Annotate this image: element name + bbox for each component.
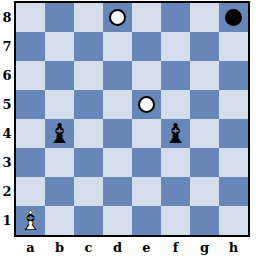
- square-c6[interactable]: [74, 61, 103, 90]
- square-h5[interactable]: [219, 90, 248, 119]
- square-c8[interactable]: [74, 3, 103, 32]
- square-h4[interactable]: [219, 119, 248, 148]
- square-h2[interactable]: [219, 177, 248, 206]
- white-bishop-piece[interactable]: ♝♗: [16, 206, 45, 235]
- file-label-c: c: [74, 239, 103, 255]
- square-d1[interactable]: [103, 206, 132, 235]
- square-a5[interactable]: [16, 90, 45, 119]
- square-e2[interactable]: [132, 177, 161, 206]
- square-f8[interactable]: [161, 3, 190, 32]
- square-a4[interactable]: [16, 119, 45, 148]
- square-b7[interactable]: [45, 32, 74, 61]
- square-f3[interactable]: [161, 148, 190, 177]
- white-circle-marker[interactable]: [109, 9, 126, 26]
- file-label-e: e: [132, 239, 161, 255]
- rank-label-3: 3: [0, 148, 14, 177]
- square-a8[interactable]: [16, 3, 45, 32]
- file-label-d: d: [103, 239, 132, 255]
- square-b8[interactable]: [45, 3, 74, 32]
- rank-label-7: 7: [0, 32, 14, 61]
- square-d2[interactable]: [103, 177, 132, 206]
- black-bishop-piece[interactable]: ♝: [45, 119, 74, 148]
- square-c4[interactable]: [74, 119, 103, 148]
- square-c7[interactable]: [74, 32, 103, 61]
- square-g3[interactable]: [190, 148, 219, 177]
- square-h3[interactable]: [219, 148, 248, 177]
- square-d3[interactable]: [103, 148, 132, 177]
- square-h6[interactable]: [219, 61, 248, 90]
- black-circle-marker[interactable]: [225, 9, 242, 26]
- square-f1[interactable]: [161, 206, 190, 235]
- square-g7[interactable]: [190, 32, 219, 61]
- square-b3[interactable]: [45, 148, 74, 177]
- rank-label-5: 5: [0, 90, 14, 119]
- square-e5[interactable]: [132, 90, 161, 119]
- square-d6[interactable]: [103, 61, 132, 90]
- square-g2[interactable]: [190, 177, 219, 206]
- rank-labels: 87654321: [0, 3, 14, 235]
- square-a2[interactable]: [16, 177, 45, 206]
- rank-label-4: 4: [0, 119, 14, 148]
- square-h1[interactable]: [219, 206, 248, 235]
- file-labels: abcdefgh: [16, 239, 248, 255]
- rank-label-8: 8: [0, 3, 14, 32]
- square-d5[interactable]: [103, 90, 132, 119]
- file-label-b: b: [45, 239, 74, 255]
- square-e1[interactable]: [132, 206, 161, 235]
- file-label-f: f: [161, 239, 190, 255]
- rank-label-1: 1: [0, 206, 14, 235]
- square-c1[interactable]: [74, 206, 103, 235]
- square-c3[interactable]: [74, 148, 103, 177]
- square-g6[interactable]: [190, 61, 219, 90]
- white-circle-marker[interactable]: [138, 96, 155, 113]
- square-f4[interactable]: ♝: [161, 119, 190, 148]
- rank-label-6: 6: [0, 61, 14, 90]
- chess-diagram: 87654321 ♝♝♝♗ abcdefgh: [0, 0, 256, 258]
- square-a7[interactable]: [16, 32, 45, 61]
- file-label-a: a: [16, 239, 45, 255]
- file-label-h: h: [219, 239, 248, 255]
- square-a3[interactable]: [16, 148, 45, 177]
- square-f6[interactable]: [161, 61, 190, 90]
- square-e7[interactable]: [132, 32, 161, 61]
- square-f7[interactable]: [161, 32, 190, 61]
- square-h7[interactable]: [219, 32, 248, 61]
- rank-label-2: 2: [0, 177, 14, 206]
- chess-board: ♝♝♝♗: [14, 1, 250, 237]
- square-e6[interactable]: [132, 61, 161, 90]
- square-b6[interactable]: [45, 61, 74, 90]
- square-f5[interactable]: [161, 90, 190, 119]
- square-e4[interactable]: [132, 119, 161, 148]
- square-g5[interactable]: [190, 90, 219, 119]
- square-a6[interactable]: [16, 61, 45, 90]
- square-d4[interactable]: [103, 119, 132, 148]
- square-f2[interactable]: [161, 177, 190, 206]
- square-e8[interactable]: [132, 3, 161, 32]
- black-bishop-piece[interactable]: ♝: [161, 119, 190, 148]
- file-label-g: g: [190, 239, 219, 255]
- square-g1[interactable]: [190, 206, 219, 235]
- square-g4[interactable]: [190, 119, 219, 148]
- square-d8[interactable]: [103, 3, 132, 32]
- square-d7[interactable]: [103, 32, 132, 61]
- square-c5[interactable]: [74, 90, 103, 119]
- square-g8[interactable]: [190, 3, 219, 32]
- square-h8[interactable]: [219, 3, 248, 32]
- square-b1[interactable]: [45, 206, 74, 235]
- square-a1[interactable]: ♝♗: [16, 206, 45, 235]
- square-b2[interactable]: [45, 177, 74, 206]
- square-b5[interactable]: [45, 90, 74, 119]
- square-e3[interactable]: [132, 148, 161, 177]
- square-b4[interactable]: ♝: [45, 119, 74, 148]
- square-c2[interactable]: [74, 177, 103, 206]
